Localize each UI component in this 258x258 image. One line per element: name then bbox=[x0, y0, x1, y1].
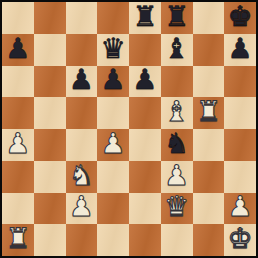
square-b2[interactable] bbox=[34, 193, 66, 225]
square-d3[interactable] bbox=[97, 161, 129, 193]
square-g2[interactable] bbox=[193, 193, 225, 225]
square-a2[interactable] bbox=[2, 193, 34, 225]
square-d2[interactable] bbox=[97, 193, 129, 225]
piece-black-rook-f8[interactable]: ♜ bbox=[164, 3, 189, 31]
square-f3[interactable]: ♟ bbox=[161, 161, 193, 193]
square-b3[interactable] bbox=[34, 161, 66, 193]
square-f8[interactable]: ♜ bbox=[161, 2, 193, 34]
square-b8[interactable] bbox=[34, 2, 66, 34]
piece-white-pawn-d4[interactable]: ♟ bbox=[101, 130, 126, 158]
square-h4[interactable] bbox=[224, 129, 256, 161]
piece-white-bishop-f5[interactable]: ♝ bbox=[164, 98, 189, 126]
square-b4[interactable] bbox=[34, 129, 66, 161]
square-a6[interactable] bbox=[2, 66, 34, 98]
square-a4[interactable]: ♟ bbox=[2, 129, 34, 161]
square-g3[interactable] bbox=[193, 161, 225, 193]
square-e2[interactable] bbox=[129, 193, 161, 225]
square-h3[interactable] bbox=[224, 161, 256, 193]
piece-black-pawn-a7[interactable]: ♟ bbox=[5, 35, 30, 63]
square-e5[interactable] bbox=[129, 97, 161, 129]
piece-black-pawn-e6[interactable]: ♟ bbox=[132, 66, 157, 94]
square-d8[interactable] bbox=[97, 2, 129, 34]
square-h5[interactable] bbox=[224, 97, 256, 129]
square-b5[interactable] bbox=[34, 97, 66, 129]
piece-black-king-h8[interactable]: ♚ bbox=[228, 3, 253, 31]
piece-white-pawn-f3[interactable]: ♟ bbox=[164, 162, 189, 190]
piece-black-knight-f4[interactable]: ♞ bbox=[164, 130, 189, 158]
square-a7[interactable]: ♟ bbox=[2, 34, 34, 66]
square-a5[interactable] bbox=[2, 97, 34, 129]
square-g6[interactable] bbox=[193, 66, 225, 98]
square-b6[interactable] bbox=[34, 66, 66, 98]
piece-black-bishop-f7[interactable]: ♝ bbox=[164, 35, 189, 63]
square-d1[interactable] bbox=[97, 224, 129, 256]
square-e7[interactable] bbox=[129, 34, 161, 66]
square-c2[interactable]: ♟ bbox=[66, 193, 98, 225]
chess-board-frame: ♜♜♚♟♛♝♟♟♟♟♝♜♟♟♞♞♟♟♛♟♜♚ bbox=[0, 0, 258, 258]
piece-black-queen-d7[interactable]: ♛ bbox=[101, 35, 126, 63]
piece-black-rook-e8[interactable]: ♜ bbox=[132, 3, 157, 31]
square-e6[interactable]: ♟ bbox=[129, 66, 161, 98]
square-b1[interactable] bbox=[34, 224, 66, 256]
square-h7[interactable]: ♟ bbox=[224, 34, 256, 66]
piece-black-pawn-d6[interactable]: ♟ bbox=[101, 66, 126, 94]
piece-white-rook-g5[interactable]: ♜ bbox=[196, 98, 221, 126]
square-f5[interactable]: ♝ bbox=[161, 97, 193, 129]
square-a1[interactable]: ♜ bbox=[2, 224, 34, 256]
square-a8[interactable] bbox=[2, 2, 34, 34]
square-f2[interactable]: ♛ bbox=[161, 193, 193, 225]
square-d5[interactable] bbox=[97, 97, 129, 129]
square-c6[interactable]: ♟ bbox=[66, 66, 98, 98]
square-c8[interactable] bbox=[66, 2, 98, 34]
square-f7[interactable]: ♝ bbox=[161, 34, 193, 66]
square-e1[interactable] bbox=[129, 224, 161, 256]
square-d6[interactable]: ♟ bbox=[97, 66, 129, 98]
square-d7[interactable]: ♛ bbox=[97, 34, 129, 66]
square-h6[interactable] bbox=[224, 66, 256, 98]
square-c4[interactable] bbox=[66, 129, 98, 161]
chess-board: ♜♜♚♟♛♝♟♟♟♟♝♜♟♟♞♞♟♟♛♟♜♚ bbox=[2, 2, 256, 256]
square-c5[interactable] bbox=[66, 97, 98, 129]
piece-white-knight-c3[interactable]: ♞ bbox=[69, 162, 94, 190]
piece-black-pawn-c6[interactable]: ♟ bbox=[69, 66, 94, 94]
piece-black-pawn-h7[interactable]: ♟ bbox=[228, 35, 253, 63]
square-g7[interactable] bbox=[193, 34, 225, 66]
square-f1[interactable] bbox=[161, 224, 193, 256]
piece-white-queen-f2[interactable]: ♛ bbox=[164, 193, 189, 221]
square-g4[interactable] bbox=[193, 129, 225, 161]
piece-white-pawn-a4[interactable]: ♟ bbox=[5, 130, 30, 158]
square-f4[interactable]: ♞ bbox=[161, 129, 193, 161]
square-c7[interactable] bbox=[66, 34, 98, 66]
square-g5[interactable]: ♜ bbox=[193, 97, 225, 129]
square-e8[interactable]: ♜ bbox=[129, 2, 161, 34]
square-h2[interactable]: ♟ bbox=[224, 193, 256, 225]
square-b7[interactable] bbox=[34, 34, 66, 66]
square-h8[interactable]: ♚ bbox=[224, 2, 256, 34]
square-g8[interactable] bbox=[193, 2, 225, 34]
square-g1[interactable] bbox=[193, 224, 225, 256]
piece-white-pawn-c2[interactable]: ♟ bbox=[69, 193, 94, 221]
square-h1[interactable]: ♚ bbox=[224, 224, 256, 256]
square-d4[interactable]: ♟ bbox=[97, 129, 129, 161]
square-c1[interactable] bbox=[66, 224, 98, 256]
square-f6[interactable] bbox=[161, 66, 193, 98]
square-a3[interactable] bbox=[2, 161, 34, 193]
piece-white-king-h1[interactable]: ♚ bbox=[228, 225, 253, 253]
square-c3[interactable]: ♞ bbox=[66, 161, 98, 193]
piece-white-rook-a1[interactable]: ♜ bbox=[5, 225, 30, 253]
square-e3[interactable] bbox=[129, 161, 161, 193]
square-e4[interactable] bbox=[129, 129, 161, 161]
piece-white-pawn-h2[interactable]: ♟ bbox=[228, 193, 253, 221]
